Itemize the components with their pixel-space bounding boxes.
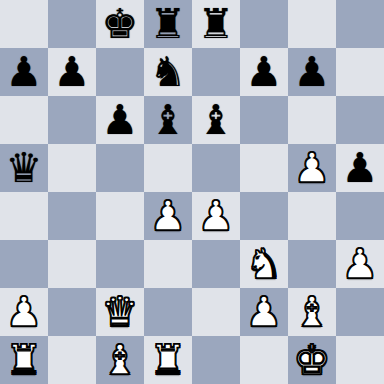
square-e3[interactable]	[192, 240, 240, 288]
square-b5[interactable]	[48, 144, 96, 192]
black-pawn[interactable]: ♟	[54, 48, 91, 96]
square-a5[interactable]: ♛	[0, 144, 48, 192]
black-queen[interactable]: ♛	[6, 144, 43, 192]
square-e8[interactable]: ♜	[192, 0, 240, 48]
square-b6[interactable]	[48, 96, 96, 144]
square-c6[interactable]: ♟	[96, 96, 144, 144]
square-d6[interactable]: ♝	[144, 96, 192, 144]
square-d1[interactable]: ♜	[144, 336, 192, 384]
square-e7[interactable]	[192, 48, 240, 96]
black-knight[interactable]: ♞	[150, 48, 187, 96]
square-d8[interactable]: ♜	[144, 0, 192, 48]
square-g8[interactable]	[288, 0, 336, 48]
black-pawn[interactable]: ♟	[102, 96, 139, 144]
white-bishop[interactable]: ♝	[294, 288, 331, 336]
square-d3[interactable]	[144, 240, 192, 288]
square-h8[interactable]	[336, 0, 384, 48]
black-bishop[interactable]: ♝	[198, 96, 235, 144]
square-h7[interactable]	[336, 48, 384, 96]
white-queen[interactable]: ♛	[102, 288, 139, 336]
white-knight[interactable]: ♞	[246, 240, 283, 288]
square-d5[interactable]	[144, 144, 192, 192]
square-h3[interactable]: ♟	[336, 240, 384, 288]
square-g5[interactable]: ♟	[288, 144, 336, 192]
square-b1[interactable]	[48, 336, 96, 384]
square-c1[interactable]: ♝	[96, 336, 144, 384]
square-g2[interactable]: ♝	[288, 288, 336, 336]
square-d4[interactable]: ♟	[144, 192, 192, 240]
square-b2[interactable]	[48, 288, 96, 336]
white-pawn[interactable]: ♟	[294, 144, 331, 192]
black-bishop[interactable]: ♝	[150, 96, 187, 144]
square-g3[interactable]	[288, 240, 336, 288]
square-d7[interactable]: ♞	[144, 48, 192, 96]
square-h1[interactable]	[336, 336, 384, 384]
black-pawn[interactable]: ♟	[342, 144, 379, 192]
white-pawn[interactable]: ♟	[150, 192, 187, 240]
square-e5[interactable]	[192, 144, 240, 192]
chess-board: ♚♜♜♟♟♞♟♟♟♝♝♛♟♟♟♟♞♟♟♛♟♝♜♝♜♚	[0, 0, 384, 384]
square-f5[interactable]	[240, 144, 288, 192]
black-rook[interactable]: ♜	[198, 0, 235, 48]
square-g6[interactable]	[288, 96, 336, 144]
square-h4[interactable]	[336, 192, 384, 240]
white-pawn[interactable]: ♟	[342, 240, 379, 288]
square-c4[interactable]	[96, 192, 144, 240]
square-g4[interactable]	[288, 192, 336, 240]
black-pawn[interactable]: ♟	[246, 48, 283, 96]
square-a3[interactable]	[0, 240, 48, 288]
square-g1[interactable]: ♚	[288, 336, 336, 384]
square-b4[interactable]	[48, 192, 96, 240]
square-g7[interactable]: ♟	[288, 48, 336, 96]
square-d2[interactable]	[144, 288, 192, 336]
square-c2[interactable]: ♛	[96, 288, 144, 336]
square-f2[interactable]: ♟	[240, 288, 288, 336]
square-f6[interactable]	[240, 96, 288, 144]
square-a1[interactable]: ♜	[0, 336, 48, 384]
white-pawn[interactable]: ♟	[198, 192, 235, 240]
square-c8[interactable]: ♚	[96, 0, 144, 48]
square-b8[interactable]	[48, 0, 96, 48]
square-a2[interactable]: ♟	[0, 288, 48, 336]
square-a4[interactable]	[0, 192, 48, 240]
square-e1[interactable]	[192, 336, 240, 384]
square-b7[interactable]: ♟	[48, 48, 96, 96]
square-b3[interactable]	[48, 240, 96, 288]
square-f8[interactable]	[240, 0, 288, 48]
white-king[interactable]: ♚	[294, 336, 331, 384]
black-rook[interactable]: ♜	[150, 0, 187, 48]
square-c7[interactable]	[96, 48, 144, 96]
square-c3[interactable]	[96, 240, 144, 288]
square-h6[interactable]	[336, 96, 384, 144]
square-a8[interactable]	[0, 0, 48, 48]
square-e2[interactable]	[192, 288, 240, 336]
white-pawn[interactable]: ♟	[246, 288, 283, 336]
square-f7[interactable]: ♟	[240, 48, 288, 96]
square-c5[interactable]	[96, 144, 144, 192]
black-pawn[interactable]: ♟	[6, 48, 43, 96]
black-pawn[interactable]: ♟	[294, 48, 331, 96]
square-a7[interactable]: ♟	[0, 48, 48, 96]
square-f4[interactable]	[240, 192, 288, 240]
square-e4[interactable]: ♟	[192, 192, 240, 240]
black-king[interactable]: ♚	[102, 0, 139, 48]
square-f1[interactable]	[240, 336, 288, 384]
white-pawn[interactable]: ♟	[6, 288, 43, 336]
square-h5[interactable]: ♟	[336, 144, 384, 192]
square-a6[interactable]	[0, 96, 48, 144]
white-rook[interactable]: ♜	[6, 336, 43, 384]
white-rook[interactable]: ♜	[150, 336, 187, 384]
square-e6[interactable]: ♝	[192, 96, 240, 144]
square-h2[interactable]	[336, 288, 384, 336]
white-bishop[interactable]: ♝	[102, 336, 139, 384]
square-f3[interactable]: ♞	[240, 240, 288, 288]
